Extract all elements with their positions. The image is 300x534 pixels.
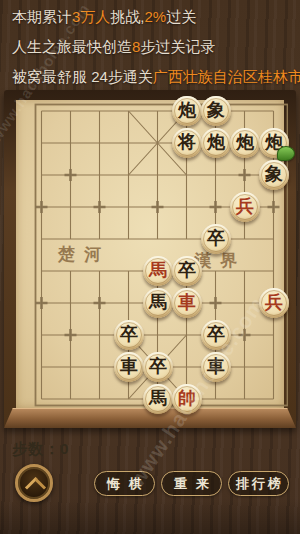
piece-red-general[interactable]: 帥 [172, 384, 202, 414]
piece-black-soldier[interactable]: 卒 [201, 224, 231, 254]
piece-glyph: 車 [178, 287, 196, 317]
piece-black-horse[interactable]: 馬 [143, 288, 173, 318]
piece-black-soldier[interactable]: 卒 [114, 320, 144, 350]
piece-glyph: 馬 [149, 255, 167, 285]
toolbar: 悔棋 重来 排行榜 [0, 462, 300, 506]
piece-black-horse[interactable]: 馬 [143, 384, 173, 414]
piece-glyph: 帥 [178, 383, 196, 413]
restart-button[interactable]: 重来 [161, 471, 222, 496]
piece-glyph: 将 [178, 127, 196, 157]
piece-red-horse[interactable]: 馬 [143, 256, 173, 286]
xiangqi-board: 楚河 漢界 炮象将炮炮炮象兵卒馬卒馬車兵卒卒車卒車馬帥 [4, 90, 296, 428]
piece-black-chariot[interactable]: 車 [114, 352, 144, 382]
piece-glyph: 卒 [149, 351, 167, 381]
piece-black-cannon[interactable]: 炮 [172, 96, 202, 126]
piece-glyph: 炮 [178, 95, 196, 125]
leaderboard-button[interactable]: 排行榜 [228, 471, 289, 496]
stats-line-3: 被窝最舒服 24步通关广西壮族自治区桂林市 [0, 62, 300, 92]
piece-black-elephant[interactable]: 象 [259, 160, 289, 190]
piece-glyph: 兵 [265, 287, 283, 317]
chevron-up-icon [25, 477, 46, 498]
piece-glyph: 炮 [236, 127, 254, 157]
piece-glyph: 卒 [120, 319, 138, 349]
piece-black-soldier[interactable]: 卒 [172, 256, 202, 286]
stats-line-2: 人生之旅最快创造8步过关记录 [0, 32, 300, 62]
piece-red-soldier[interactable]: 兵 [259, 288, 289, 318]
stat-text-segment: 2% [145, 8, 167, 25]
stat-text-segment: 人生之旅最快创造 [12, 38, 132, 55]
stat-text-segment: 过关 [166, 8, 196, 25]
piece-red-soldier[interactable]: 兵 [230, 192, 260, 222]
piece-glyph: 馬 [149, 383, 167, 413]
piece-red-chariot[interactable]: 車 [172, 288, 202, 318]
step-counter-value: 0 [60, 440, 69, 457]
piece-black-elephant[interactable]: 象 [201, 96, 231, 126]
piece-glyph: 馬 [149, 287, 167, 317]
piece-black-cannon[interactable]: 炮 [259, 128, 289, 158]
piece-glyph: 卒 [178, 255, 196, 285]
step-counter: 步数：0 [12, 440, 69, 459]
stat-text-segment: 被窝最舒服 24步通关 [12, 68, 153, 85]
piece-glyph: 象 [207, 95, 225, 125]
stat-text-segment: 广西壮族自治区桂林市 [153, 68, 300, 85]
piece-glyph: 炮 [207, 127, 225, 157]
piece-black-cannon[interactable]: 炮 [201, 128, 231, 158]
piece-black-cannon[interactable]: 炮 [230, 128, 260, 158]
stat-text-segment: 挑战, [110, 8, 144, 25]
stat-text-segment: 本期累计 [12, 8, 72, 25]
piece-glyph: 卒 [207, 319, 225, 349]
scroll-top-button[interactable] [15, 464, 53, 502]
piece-black-chariot[interactable]: 車 [201, 352, 231, 382]
piece-glyph: 車 [120, 351, 138, 381]
piece-glyph: 象 [265, 159, 283, 189]
piece-black-general[interactable]: 将 [172, 128, 202, 158]
piece-glyph: 卒 [207, 223, 225, 253]
stats-header: 本期累计3万人挑战,2%过关 人生之旅最快创造8步过关记录 被窝最舒服 24步通… [0, 2, 300, 92]
piece-glyph: 車 [207, 351, 225, 381]
piece-glyph: 兵 [236, 191, 254, 221]
piece-black-soldier[interactable]: 卒 [143, 352, 173, 382]
undo-button[interactable]: 悔棋 [94, 471, 155, 496]
piece-black-soldier[interactable]: 卒 [201, 320, 231, 350]
stat-text-segment: 步过关记录 [140, 38, 215, 55]
stat-text-segment: 3万人 [72, 8, 110, 25]
game-screen: 本期累计3万人挑战,2%过关 人生之旅最快创造8步过关记录 被窝最舒服 24步通… [0, 0, 300, 534]
pieces-layer: 炮象将炮炮炮象兵卒馬卒馬車兵卒卒車卒車馬帥 [27, 95, 288, 415]
step-counter-label: 步数： [12, 440, 60, 457]
stats-line-1: 本期累计3万人挑战,2%过关 [0, 2, 300, 32]
